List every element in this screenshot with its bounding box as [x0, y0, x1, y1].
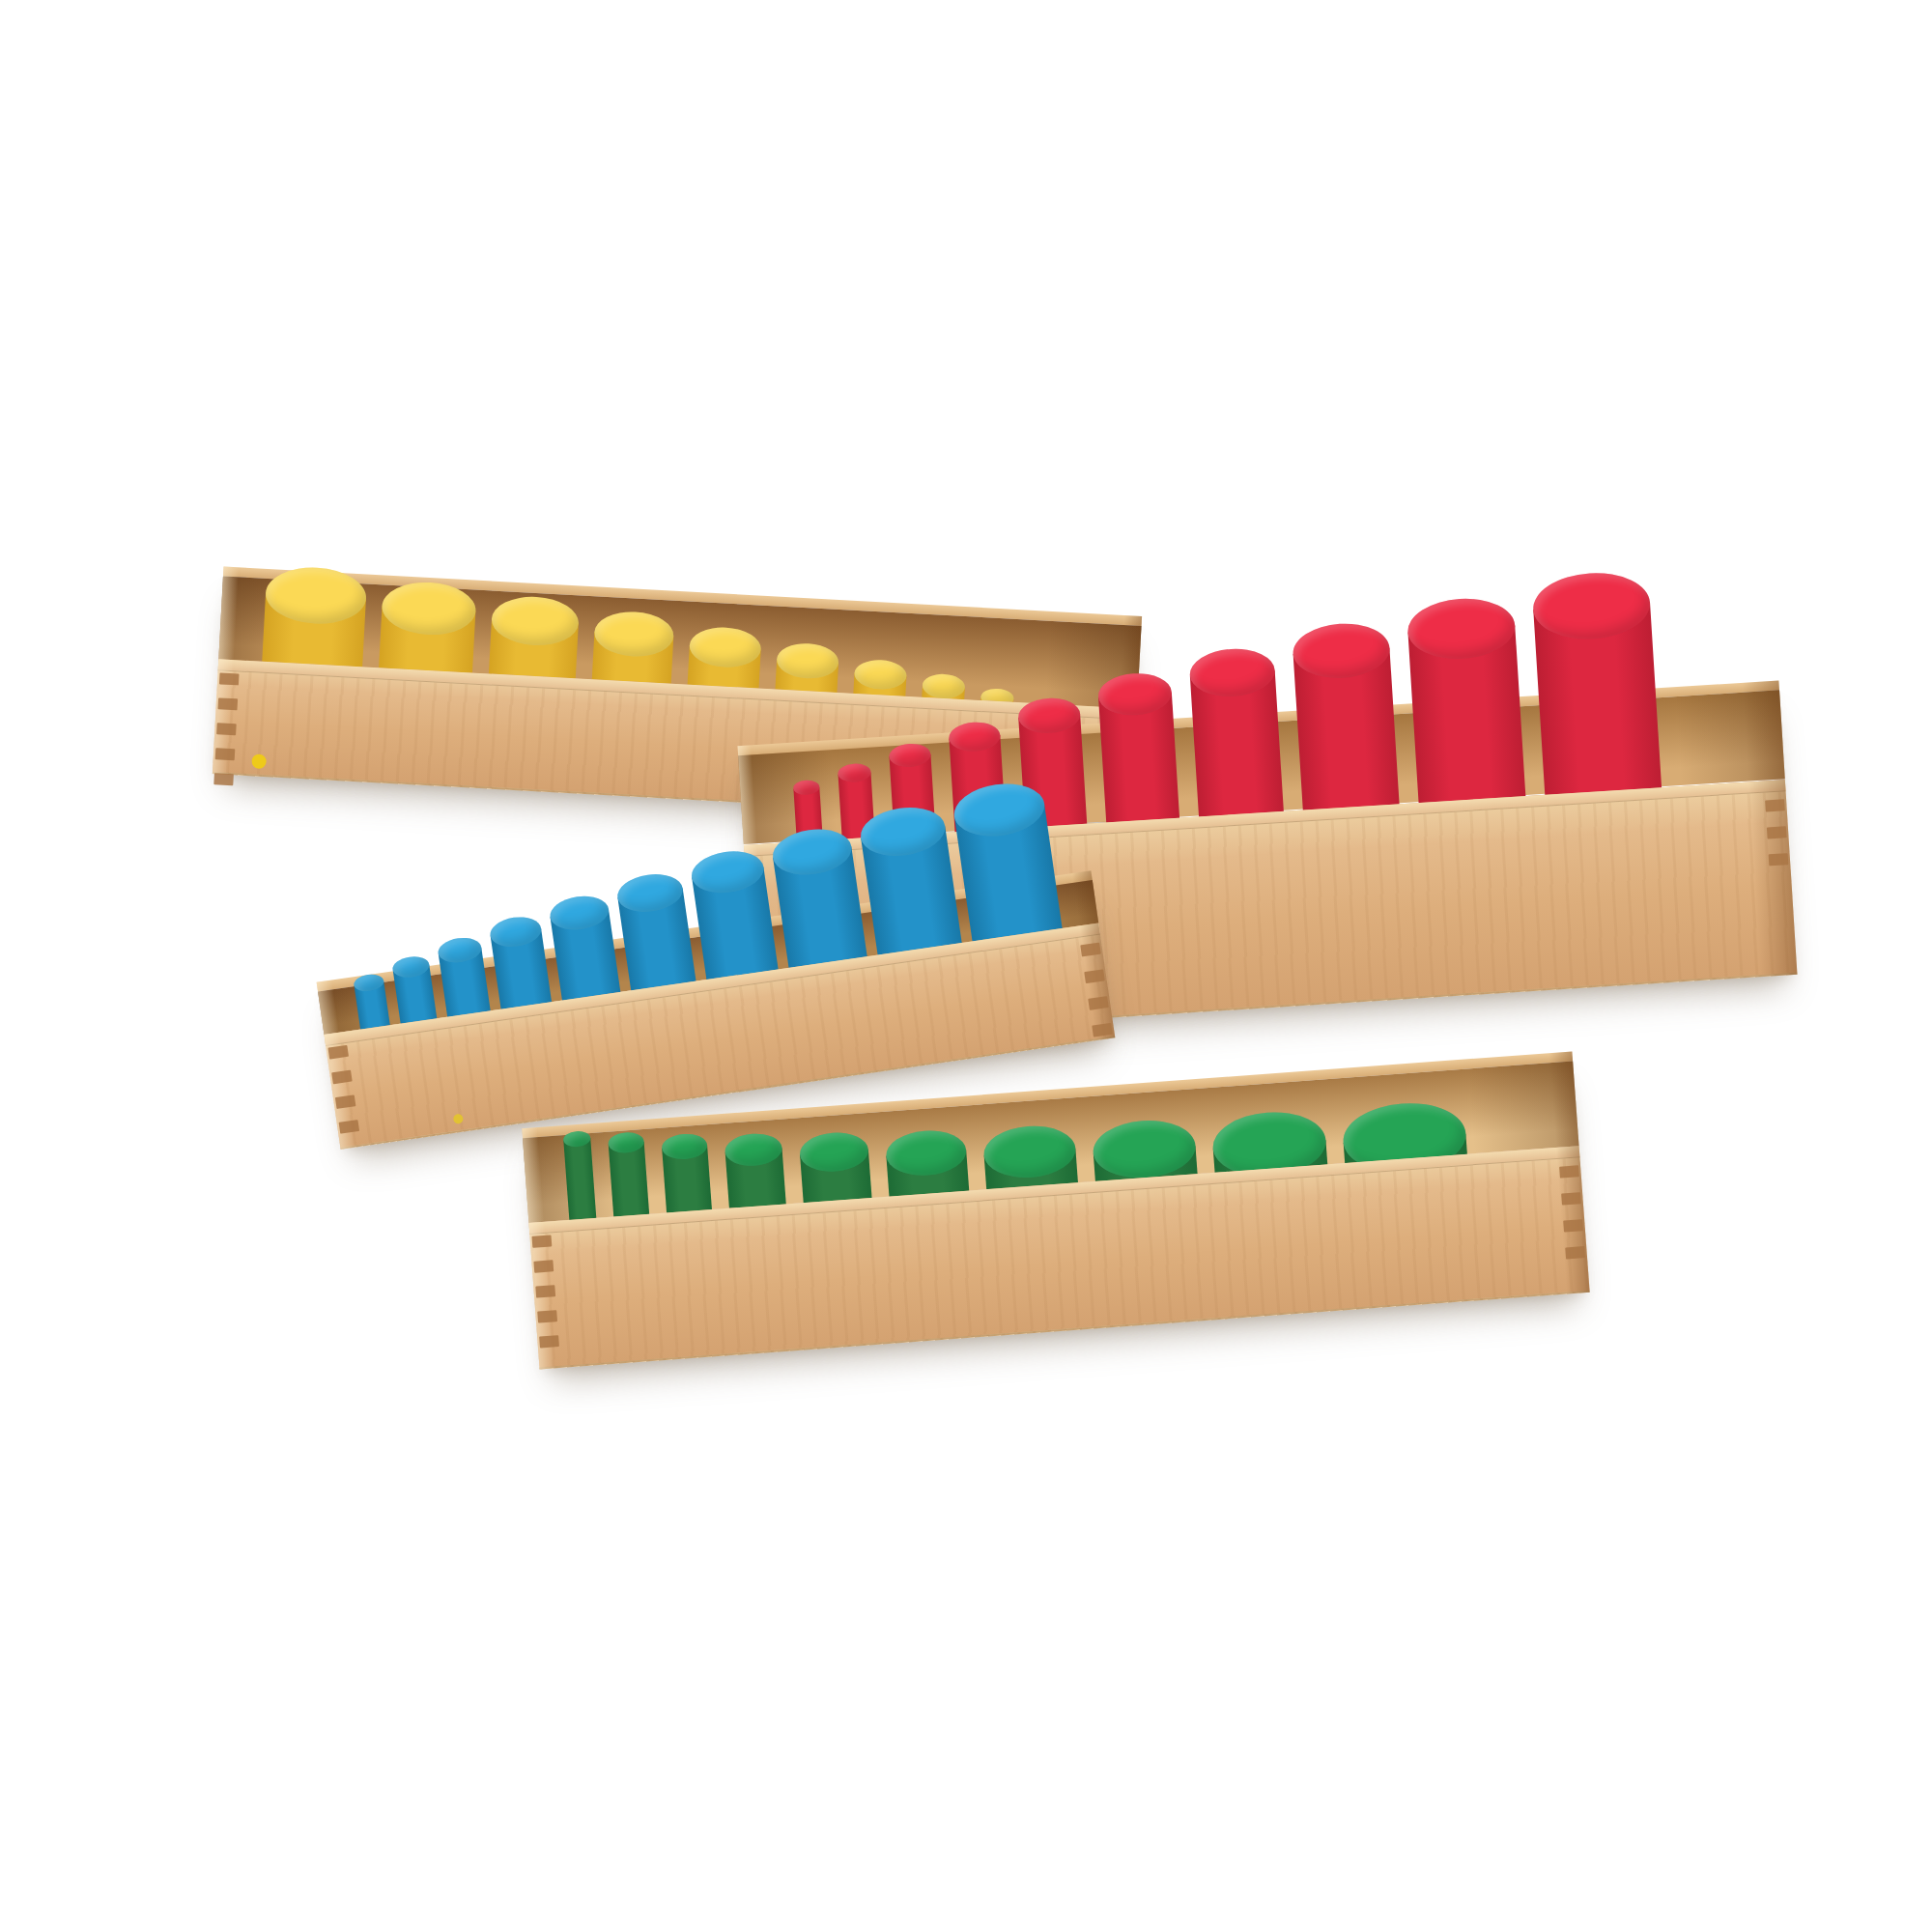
finger-joint [213, 773, 234, 785]
finger-joint [532, 1235, 553, 1247]
red-cylinder-9 [1406, 595, 1527, 826]
red-cylinder-7 [1188, 646, 1285, 839]
finger-joint [1767, 826, 1787, 838]
finger-joint [535, 1285, 555, 1297]
finger-joint [1559, 1165, 1579, 1178]
finger-joint [1561, 1192, 1581, 1205]
finger-joint [215, 748, 236, 760]
finger-joint [1765, 799, 1785, 811]
finger-joint [533, 1260, 554, 1272]
finger-joint [539, 1335, 559, 1348]
red-cylinder-8 [1292, 621, 1401, 834]
finger-joint [219, 672, 240, 685]
finger-joint [216, 723, 237, 735]
red-cylinder-10 [1531, 570, 1662, 818]
finger-joint [218, 697, 239, 710]
finger-joint [1563, 1219, 1583, 1232]
finger-joint [1769, 853, 1789, 866]
finger-joint [537, 1310, 557, 1322]
finger-joint [1565, 1246, 1585, 1259]
photo-canvas [0, 0, 1932, 1932]
